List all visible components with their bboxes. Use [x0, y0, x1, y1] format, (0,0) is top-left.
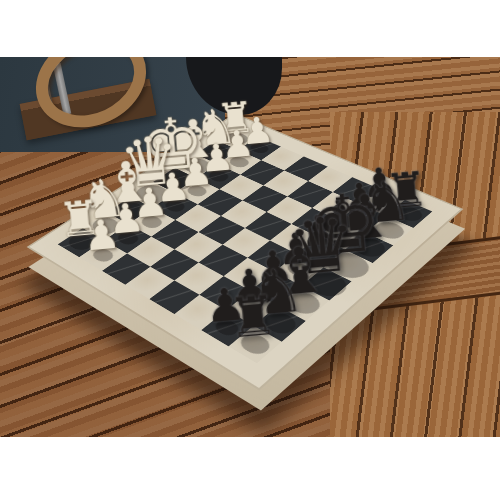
- photo-margin-top: [0, 0, 500, 57]
- photo-area: ♜♟♟♜♞♟♟♞♝♟♟♝♚♟♟♚♛♟♟♛♝♟♟♝♞♟♟♞♜♟♟♜: [0, 57, 500, 437]
- black-rook: ♜: [205, 285, 301, 348]
- white-pawn: ♟: [59, 211, 144, 259]
- photo-margin-bottom: [0, 437, 500, 500]
